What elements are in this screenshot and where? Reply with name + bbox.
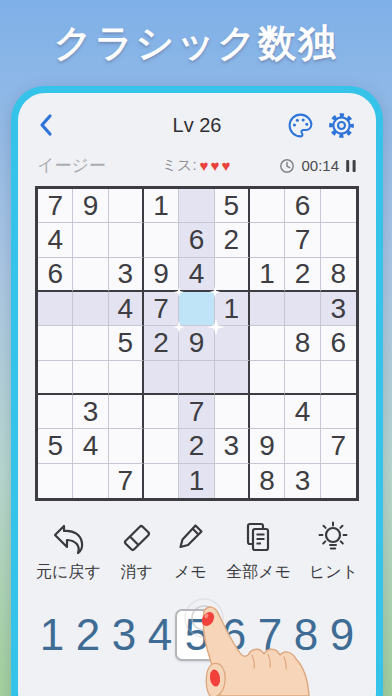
hint-button[interactable]: ヒント xyxy=(309,519,358,583)
sudoku-cell-r4c7[interactable] xyxy=(250,292,285,326)
sudoku-cell-r4c3[interactable]: 4 xyxy=(109,292,144,326)
sudoku-cell-r1c2[interactable]: 9 xyxy=(73,189,108,223)
erase-button[interactable]: 消す xyxy=(119,519,155,583)
sudoku-cell-r2c9[interactable] xyxy=(321,223,356,257)
sudoku-cell-r3c3[interactable]: 3 xyxy=(109,258,144,292)
sudoku-cell-r5c7[interactable] xyxy=(250,326,285,360)
sudoku-cell-r5c6[interactable] xyxy=(215,326,250,360)
sudoku-cell-r2c6[interactable]: 2 xyxy=(215,223,250,257)
numpad: 123456789 xyxy=(35,607,359,663)
palette-dot xyxy=(293,123,296,126)
palette-button[interactable] xyxy=(286,111,315,140)
numpad-key-8[interactable]: 8 xyxy=(289,609,323,661)
sudoku-cell-r8c4[interactable] xyxy=(144,429,179,463)
sudoku-cell-r7c7[interactable] xyxy=(250,395,285,429)
banner: クラシック数独 xyxy=(0,0,392,86)
tool-label: 消す xyxy=(120,562,152,583)
tool-label: 全部メモ xyxy=(226,562,291,583)
sudoku-cell-r8c1[interactable]: 5 xyxy=(38,429,73,463)
undo-button[interactable]: 元に戻す xyxy=(36,519,101,583)
sudoku-cell-r8c6[interactable]: 3 xyxy=(215,429,250,463)
sudoku-cell-r6c6[interactable] xyxy=(215,361,250,395)
sudoku-cell-r6c2[interactable] xyxy=(73,361,108,395)
sudoku-cell-r2c1[interactable]: 4 xyxy=(38,223,73,257)
sudoku-cell-r5c1[interactable] xyxy=(38,326,73,360)
sudoku-cell-r5c2[interactable] xyxy=(73,326,108,360)
sudoku-cell-r6c8[interactable] xyxy=(285,361,320,395)
sudoku-cell-r3c9[interactable]: 8 xyxy=(321,258,356,292)
numpad-key-3[interactable]: 3 xyxy=(107,609,141,661)
sudoku-cell-r6c4[interactable] xyxy=(144,361,179,395)
sudoku-cell-r3c1[interactable]: 6 xyxy=(38,258,73,292)
sudoku-cell-r9c4[interactable] xyxy=(144,464,179,498)
sudoku-cell-r7c2[interactable]: 3 xyxy=(73,395,108,429)
tool-label: ヒント xyxy=(309,562,358,583)
sudoku-cell-r2c4[interactable] xyxy=(144,223,179,257)
numpad-key-5[interactable]: 5 xyxy=(175,609,219,661)
sudoku-cell-r1c4[interactable]: 1 xyxy=(144,189,179,223)
sudoku-cell-r4c5[interactable] xyxy=(179,292,214,326)
sudoku-cell-r7c5[interactable]: 7 xyxy=(179,395,214,429)
sudoku-cell-r7c9[interactable] xyxy=(321,395,356,429)
gear-body xyxy=(333,117,349,133)
sudoku-cell-r8c9[interactable]: 7 xyxy=(321,429,356,463)
sudoku-cell-r7c8[interactable]: 4 xyxy=(285,395,320,429)
numpad-key-9[interactable]: 9 xyxy=(325,609,359,661)
sudoku-cell-r1c7[interactable] xyxy=(250,189,285,223)
sudoku-cell-r2c3[interactable] xyxy=(109,223,144,257)
pause-button[interactable] xyxy=(345,159,357,173)
sudoku-cell-r7c3[interactable] xyxy=(109,395,144,429)
hint-icon xyxy=(315,519,351,555)
sudoku-cell-r1c8[interactable]: 6 xyxy=(285,189,320,223)
sudoku-cell-r5c3[interactable]: 5 xyxy=(109,326,144,360)
sudoku-cell-r4c9[interactable]: 3 xyxy=(321,292,356,326)
palette-dot xyxy=(302,118,305,121)
sudoku-cell-r6c3[interactable] xyxy=(109,361,144,395)
sudoku-cell-r6c7[interactable] xyxy=(250,361,285,395)
sudoku-cell-r1c9[interactable] xyxy=(321,189,356,223)
sudoku-cell-r5c5[interactable]: 9 xyxy=(179,326,214,360)
sudoku-cell-r7c1[interactable] xyxy=(38,395,73,429)
sudoku-cell-r3c5[interactable]: 4 xyxy=(179,258,214,292)
sudoku-cell-r8c8[interactable] xyxy=(285,429,320,463)
app-screenshot: クラシック数独 Lv 26 xyxy=(0,0,392,696)
sudoku-cell-r3c4[interactable]: 9 xyxy=(144,258,179,292)
sudoku-cell-r8c5[interactable]: 2 xyxy=(179,429,214,463)
numpad-key-1[interactable]: 1 xyxy=(35,609,69,661)
mistakes-label: ミス: xyxy=(162,156,197,175)
sudoku-cell-r9c8[interactable]: 3 xyxy=(285,464,320,498)
pencil-icon xyxy=(172,519,208,555)
mistakes-indicator: ミス: ♥♥♥ xyxy=(162,156,233,175)
numpad-key-7[interactable]: 7 xyxy=(253,609,287,661)
sudoku-cell-r3c8[interactable]: 2 xyxy=(285,258,320,292)
sudoku-cell-r5c4[interactable]: 2 xyxy=(144,326,179,360)
nav-bar: Lv 26 xyxy=(38,109,356,141)
sudoku-cell-r2c7[interactable] xyxy=(250,223,285,257)
sudoku-cell-r4c8[interactable] xyxy=(285,292,320,326)
page-title: クラシック数独 xyxy=(54,18,338,69)
sudoku-cell-r9c7[interactable]: 8 xyxy=(250,464,285,498)
undo-icon xyxy=(50,519,86,555)
sudoku-cell-r5c9[interactable]: 6 xyxy=(321,326,356,360)
sudoku-cell-r2c5[interactable]: 6 xyxy=(179,223,214,257)
sudoku-board: 79156462763941284713529863745423977183 xyxy=(35,186,359,501)
sudoku-cell-r2c8[interactable]: 7 xyxy=(285,223,320,257)
sudoku-cell-r3c2[interactable] xyxy=(73,258,108,292)
memo-button[interactable]: メモ xyxy=(172,519,208,583)
sudoku-cell-r4c4[interactable]: 7 xyxy=(144,292,179,326)
notes-icon xyxy=(241,519,277,555)
timer-group: 00:14 xyxy=(279,157,357,174)
sudoku-cell-r9c9[interactable] xyxy=(321,464,356,498)
sudoku-cell-r3c7[interactable]: 1 xyxy=(250,258,285,292)
clock-icon xyxy=(279,158,295,174)
toolbar: 元に戻す 消す メモ xyxy=(36,519,358,583)
sudoku-cell-r4c2[interactable] xyxy=(73,292,108,326)
sudoku-cell-r1c5[interactable] xyxy=(179,189,214,223)
sudoku-cell-r7c4[interactable] xyxy=(144,395,179,429)
status-bar: イージー ミス: ♥♥♥ 00:14 xyxy=(37,154,357,177)
sudoku-cell-r6c9[interactable] xyxy=(321,361,356,395)
phone-screen: Lv 26 イージー xyxy=(18,93,376,696)
sudoku-cell-r1c6[interactable]: 5 xyxy=(215,189,250,223)
sudoku-cell-r4c6[interactable]: 1 xyxy=(215,292,250,326)
palette-dot xyxy=(296,118,299,121)
sudoku-cell-r7c6[interactable] xyxy=(215,395,250,429)
all-memo-button[interactable]: 全部メモ xyxy=(226,519,291,583)
sudoku-cell-r9c2[interactable] xyxy=(73,464,108,498)
sudoku-cell-r5c8[interactable]: 8 xyxy=(285,326,320,360)
sudoku-cell-r4c1[interactable] xyxy=(38,292,73,326)
sudoku-cell-r2c2[interactable] xyxy=(73,223,108,257)
sudoku-cell-r8c2[interactable]: 4 xyxy=(73,429,108,463)
time-value: 00:14 xyxy=(301,157,339,174)
sudoku-cell-r1c3[interactable] xyxy=(109,189,144,223)
numpad-key-6[interactable]: 6 xyxy=(217,609,251,661)
tool-label: 元に戻す xyxy=(36,562,101,583)
sudoku-cell-r6c1[interactable] xyxy=(38,361,73,395)
sudoku-cell-r6c5[interactable] xyxy=(179,361,214,395)
sudoku-cell-r9c6[interactable] xyxy=(215,464,250,498)
sudoku-cell-r8c3[interactable] xyxy=(109,429,144,463)
hearts-icon: ♥♥♥ xyxy=(200,157,233,174)
eraser-icon xyxy=(119,519,155,555)
difficulty-label: イージー xyxy=(37,154,162,177)
sudoku-cell-r9c5[interactable]: 1 xyxy=(179,464,214,498)
sudoku-cell-r3c6[interactable] xyxy=(215,258,250,292)
sudoku-cell-r9c3[interactable]: 7 xyxy=(109,464,144,498)
settings-button[interactable] xyxy=(327,111,356,140)
sudoku-cell-r8c7[interactable]: 9 xyxy=(250,429,285,463)
sudoku-cell-r1c1[interactable]: 7 xyxy=(38,189,73,223)
phone-frame: Lv 26 イージー xyxy=(11,86,383,696)
numpad-key-4[interactable]: 4 xyxy=(143,609,177,661)
sudoku-cell-r9c1[interactable] xyxy=(38,464,73,498)
tool-label: メモ xyxy=(174,562,207,583)
palette-dot xyxy=(305,122,308,125)
numpad-key-2[interactable]: 2 xyxy=(71,609,105,661)
